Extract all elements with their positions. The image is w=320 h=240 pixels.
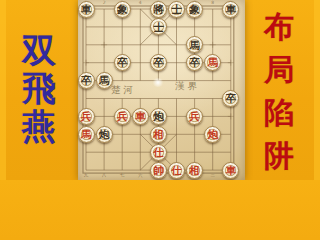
file-label: 六 (138, 174, 143, 179)
file-label: 九 (84, 174, 89, 179)
title-char: 布 (264, 12, 294, 42)
file-label: 8 (211, 1, 214, 6)
xiangqi-board[interactable]: 楚河 漢界 123456789 九八七六五四三二一 車象將士象車士馬卒卒卒馬卒馬… (78, 0, 245, 180)
piece-red-仕[interactable]: 仕 (150, 144, 167, 161)
piece-red-仕[interactable]: 仕 (168, 162, 185, 179)
piece-black-馬[interactable]: 馬 (96, 72, 113, 89)
piece-red-馬[interactable]: 馬 (78, 126, 95, 143)
file-label: 二 (210, 174, 215, 179)
title-char: 陷 (264, 98, 294, 128)
piece-red-兵[interactable]: 兵 (78, 108, 95, 125)
piece-red-兵[interactable]: 兵 (114, 108, 131, 125)
piece-black-炮[interactable]: 炮 (96, 126, 113, 143)
piece-red-車[interactable]: 車 (222, 162, 239, 179)
piece-black-車[interactable]: 車 (222, 1, 239, 18)
piece-black-象[interactable]: 象 (186, 1, 203, 18)
piece-black-卒[interactable]: 卒 (150, 54, 167, 71)
title-char: 燕 (22, 109, 56, 143)
river-label-han-border: 漢界 (175, 80, 200, 93)
piece-black-炮[interactable]: 炮 (150, 108, 167, 125)
piece-red-相[interactable]: 相 (150, 126, 167, 143)
file-label: 八 (102, 174, 107, 179)
title-char: 双 (22, 33, 56, 67)
right-title-opening-trap: 布局陷阱 (244, 0, 314, 180)
piece-red-車[interactable]: 車 (132, 108, 149, 125)
piece-black-士[interactable]: 士 (168, 1, 185, 18)
piece-red-炮[interactable]: 炮 (204, 126, 221, 143)
piece-black-車[interactable]: 車 (78, 1, 95, 18)
piece-black-卒[interactable]: 卒 (78, 72, 95, 89)
piece-red-帥[interactable]: 帥 (150, 162, 167, 179)
file-label: 七 (120, 174, 125, 179)
left-title-double-flying-swallows: 双飛燕 (6, 0, 72, 180)
piece-red-相[interactable]: 相 (186, 162, 203, 179)
piece-black-卒[interactable]: 卒 (114, 54, 131, 71)
piece-black-象[interactable]: 象 (114, 1, 131, 18)
file-label: 4 (139, 1, 142, 6)
piece-black-將[interactable]: 將 (150, 1, 167, 18)
title-char: 局 (264, 55, 294, 85)
title-char: 飛 (22, 71, 56, 105)
file-label: 2 (103, 1, 106, 6)
center-highlight-marker (152, 78, 164, 87)
piece-red-兵[interactable]: 兵 (186, 108, 203, 125)
title-char: 阱 (264, 141, 294, 171)
river-label-chu-river: 楚河 (111, 84, 136, 97)
right-edge-strip (314, 0, 320, 180)
